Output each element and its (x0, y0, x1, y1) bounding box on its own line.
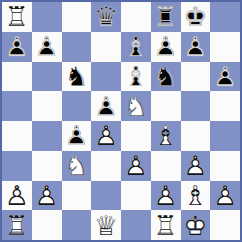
piece-black-bishop[interactable]: ♝♗ (121, 62, 151, 92)
piece-glyph-outline: ♙ (32, 181, 62, 211)
square-f5[interactable] (151, 91, 181, 121)
piece-glyph-outline: ♙ (91, 91, 121, 121)
square-d7[interactable] (91, 32, 121, 62)
piece-white-knight[interactable]: ♞♘ (62, 151, 92, 181)
piece-black-pawn[interactable]: ♟♙ (32, 32, 62, 62)
square-a5[interactable] (2, 91, 32, 121)
piece-black-pawn[interactable]: ♟♙ (210, 62, 240, 92)
piece-glyph-outline: ♙ (151, 181, 181, 211)
piece-glyph-outline: ♖ (2, 2, 32, 32)
square-a1[interactable]: ♜♖ (2, 210, 32, 240)
square-g7[interactable]: ♟♙ (181, 32, 211, 62)
square-f1[interactable]: ♜♖ (151, 210, 181, 240)
square-h3[interactable] (210, 151, 240, 181)
square-h5[interactable] (210, 91, 240, 121)
square-a3[interactable] (2, 151, 32, 181)
square-b4[interactable] (32, 121, 62, 151)
square-h1[interactable] (210, 210, 240, 240)
square-e2[interactable] (121, 181, 151, 211)
piece-glyph-outline: ♔ (181, 2, 211, 32)
square-f6[interactable]: ♞♘ (151, 62, 181, 92)
square-g1[interactable]: ♚♔ (181, 210, 211, 240)
piece-glyph-outline: ♙ (121, 151, 151, 181)
piece-glyph-outline: ♙ (181, 32, 211, 62)
square-e3[interactable]: ♟♙ (121, 151, 151, 181)
piece-glyph-outline: ♙ (91, 121, 121, 151)
piece-white-king[interactable]: ♚♔ (181, 210, 211, 240)
piece-black-bishop[interactable]: ♝♗ (121, 32, 151, 62)
piece-white-rook[interactable]: ♜♖ (2, 210, 32, 240)
square-d3[interactable] (91, 151, 121, 181)
square-a7[interactable]: ♟♙ (2, 32, 32, 62)
square-h6[interactable]: ♟♙ (210, 62, 240, 92)
piece-glyph-outline: ♘ (62, 151, 92, 181)
square-g3[interactable]: ♟♙ (181, 151, 211, 181)
square-d2[interactable] (91, 181, 121, 211)
square-b7[interactable]: ♟♙ (32, 32, 62, 62)
piece-glyph-outline: ♕ (91, 210, 121, 240)
square-b8[interactable] (32, 2, 62, 32)
piece-white-queen[interactable]: ♛♕ (91, 210, 121, 240)
piece-glyph-outline: ♖ (151, 210, 181, 240)
square-a4[interactable] (2, 121, 32, 151)
chess-board: ♜♖♛♕♜♖♚♔♟♙♟♙♝♗♟♙♟♙♞♘♝♗♞♘♟♙♟♙♞♘♟♙♟♙♝♗♞♘♟♙… (0, 0, 242, 242)
piece-black-knight[interactable]: ♞♘ (151, 62, 181, 92)
piece-glyph-outline: ♗ (181, 181, 211, 211)
square-b3[interactable] (32, 151, 62, 181)
square-g5[interactable] (181, 91, 211, 121)
square-h2[interactable]: ♟♙ (210, 181, 240, 211)
square-c8[interactable] (62, 2, 92, 32)
square-e6[interactable]: ♝♗ (121, 62, 151, 92)
piece-glyph-outline: ♙ (32, 32, 62, 62)
square-f4[interactable]: ♝♗ (151, 121, 181, 151)
screenshot-stage: ♜♖♛♕♜♖♚♔♟♙♟♙♝♗♟♙♟♙♞♘♝♗♞♘♟♙♟♙♞♘♟♙♟♙♝♗♞♘♟♙… (0, 0, 242, 242)
piece-black-knight[interactable]: ♞♘ (62, 62, 92, 92)
piece-glyph-outline: ♔ (181, 210, 211, 240)
piece-white-rook[interactable]: ♜♖ (151, 210, 181, 240)
piece-glyph-outline: ♗ (121, 32, 151, 62)
piece-black-pawn[interactable]: ♟♙ (62, 121, 92, 151)
square-b5[interactable] (32, 91, 62, 121)
piece-white-pawn[interactable]: ♟♙ (32, 181, 62, 211)
square-f8[interactable]: ♜♖ (151, 2, 181, 32)
square-a8[interactable]: ♜♖ (2, 2, 32, 32)
square-f3[interactable] (151, 151, 181, 181)
piece-glyph-outline: ♖ (151, 2, 181, 32)
square-f7[interactable]: ♟♙ (151, 32, 181, 62)
piece-white-rook[interactable]: ♜♖ (2, 2, 32, 32)
piece-white-pawn[interactable]: ♟♙ (91, 121, 121, 151)
square-b1[interactable] (32, 210, 62, 240)
piece-glyph-outline: ♙ (2, 181, 32, 211)
piece-white-pawn[interactable]: ♟♙ (151, 181, 181, 211)
piece-glyph-outline: ♘ (151, 62, 181, 92)
square-c4[interactable]: ♟♙ (62, 121, 92, 151)
piece-black-pawn[interactable]: ♟♙ (2, 32, 32, 62)
piece-glyph-outline: ♕ (91, 2, 121, 32)
piece-black-pawn[interactable]: ♟♙ (151, 32, 181, 62)
square-d4[interactable]: ♟♙ (91, 121, 121, 151)
square-a6[interactable] (2, 62, 32, 92)
piece-glyph-outline: ♙ (151, 32, 181, 62)
piece-black-rook[interactable]: ♜♖ (151, 2, 181, 32)
piece-glyph-outline: ♖ (2, 210, 32, 240)
piece-glyph-outline: ♘ (62, 62, 92, 92)
square-c5[interactable] (62, 91, 92, 121)
square-h8[interactable] (210, 2, 240, 32)
piece-white-bishop[interactable]: ♝♗ (151, 121, 181, 151)
piece-glyph-outline: ♘ (121, 91, 151, 121)
piece-glyph-outline: ♗ (121, 62, 151, 92)
piece-glyph-outline: ♙ (210, 62, 240, 92)
square-g6[interactable] (181, 62, 211, 92)
square-g2[interactable]: ♝♗ (181, 181, 211, 211)
piece-black-queen[interactable]: ♛♕ (91, 2, 121, 32)
square-c6[interactable]: ♞♘ (62, 62, 92, 92)
piece-white-bishop[interactable]: ♝♗ (181, 181, 211, 211)
piece-white-pawn[interactable]: ♟♙ (210, 181, 240, 211)
square-e1[interactable] (121, 210, 151, 240)
piece-white-knight[interactable]: ♞♘ (121, 91, 151, 121)
piece-glyph-outline: ♙ (62, 121, 92, 151)
square-e7[interactable]: ♝♗ (121, 32, 151, 62)
piece-black-pawn[interactable]: ♟♙ (91, 91, 121, 121)
square-f2[interactable]: ♟♙ (151, 181, 181, 211)
square-d1[interactable]: ♛♕ (91, 210, 121, 240)
piece-glyph-outline: ♗ (151, 121, 181, 151)
piece-black-king[interactable]: ♚♔ (181, 2, 211, 32)
square-e4[interactable] (121, 121, 151, 151)
square-c2[interactable] (62, 181, 92, 211)
square-c7[interactable] (62, 32, 92, 62)
square-e8[interactable] (121, 2, 151, 32)
square-h4[interactable] (210, 121, 240, 151)
square-a2[interactable]: ♟♙ (2, 181, 32, 211)
piece-white-pawn[interactable]: ♟♙ (121, 151, 151, 181)
piece-black-pawn[interactable]: ♟♙ (181, 32, 211, 62)
square-b6[interactable] (32, 62, 62, 92)
square-b2[interactable]: ♟♙ (32, 181, 62, 211)
square-d5[interactable]: ♟♙ (91, 91, 121, 121)
square-g4[interactable] (181, 121, 211, 151)
square-d8[interactable]: ♛♕ (91, 2, 121, 32)
square-c1[interactable] (62, 210, 92, 240)
piece-white-pawn[interactable]: ♟♙ (181, 151, 211, 181)
piece-glyph-outline: ♙ (181, 151, 211, 181)
square-h7[interactable] (210, 32, 240, 62)
square-e5[interactable]: ♞♘ (121, 91, 151, 121)
square-g8[interactable]: ♚♔ (181, 2, 211, 32)
square-c3[interactable]: ♞♘ (62, 151, 92, 181)
square-d6[interactable] (91, 62, 121, 92)
piece-white-pawn[interactable]: ♟♙ (2, 181, 32, 211)
piece-glyph-outline: ♙ (2, 32, 32, 62)
piece-glyph-outline: ♙ (210, 181, 240, 211)
